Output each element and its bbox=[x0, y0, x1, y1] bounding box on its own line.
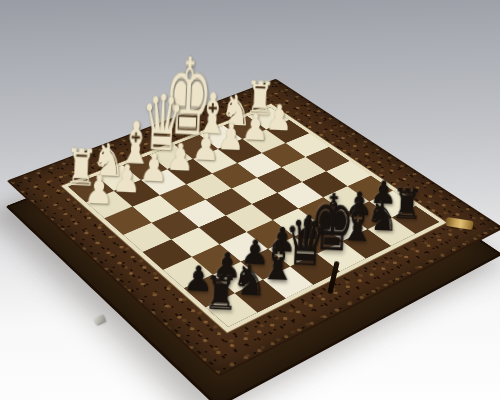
chess-board-box: ♜♟♟♜♞♟♟♞♝♟♟♝♚♟♟♚♛♟♟♛♝♟♟♝♞♟♟♞♜♟♟♜ bbox=[7, 79, 500, 377]
square-b3[interactable] bbox=[132, 195, 179, 223]
photo-background: ♜♟♟♜♞♟♟♞♝♟♟♝♚♟♟♚♛♟♟♛♝♟♟♝♞♟♟♞♜♟♟♜ bbox=[0, 0, 500, 400]
piece-black-rook[interactable]: ♜ bbox=[201, 269, 241, 316]
piece-white-pawn[interactable]: ♟ bbox=[82, 170, 116, 210]
scene: ♜♟♟♜♞♟♟♞♝♟♟♝♚♟♟♚♛♟♟♛♝♟♟♝♞♟♟♞♜♟♟♜ bbox=[0, 0, 500, 400]
square-b4[interactable] bbox=[151, 211, 198, 239]
